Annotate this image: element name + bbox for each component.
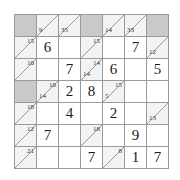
- cell-r6c3[interactable]: [59, 125, 81, 147]
- across-clue: 15: [93, 38, 100, 45]
- cell-r7c3[interactable]: [59, 147, 81, 169]
- cell-r2c1: 15: [15, 37, 37, 59]
- cell-r7c6[interactable]: 1: [125, 147, 147, 169]
- cell-r5c7: 13: [147, 103, 169, 125]
- across-clue: 8: [119, 148, 123, 155]
- entry-digit: 9: [132, 128, 140, 143]
- cell-r4c2: 1410: [37, 81, 59, 103]
- cell-r4c7[interactable]: [147, 81, 169, 103]
- cell-r2c6[interactable]: 7: [125, 37, 147, 59]
- down-clue: 14: [83, 71, 90, 78]
- cell-r1c1: [15, 15, 37, 37]
- across-clue: 15: [115, 82, 122, 89]
- cell-r4c6[interactable]: [125, 81, 147, 103]
- entry-digit: 4: [66, 106, 74, 121]
- cell-r3c2[interactable]: [37, 59, 59, 81]
- cell-r7c5: 8: [103, 147, 125, 169]
- cell-r7c4[interactable]: 7: [81, 147, 103, 169]
- cell-r1c4: [81, 15, 103, 37]
- cell-r4c4[interactable]: 8: [81, 81, 103, 103]
- across-clue: 15: [27, 38, 34, 45]
- cell-r1c2: 9: [37, 15, 59, 37]
- cell-r2c7: 12: [147, 37, 169, 59]
- cell-r5c6[interactable]: [125, 103, 147, 125]
- cell-r7c1: 21: [15, 147, 37, 169]
- across-clue: 18: [27, 104, 34, 111]
- cell-r5c1: 18: [15, 103, 37, 125]
- cell-r2c2[interactable]: 6: [37, 37, 59, 59]
- cell-r3c7[interactable]: 5: [147, 59, 169, 81]
- entry-digit: 7: [66, 62, 74, 77]
- cell-r2c4: 15: [81, 37, 103, 59]
- down-clue: 33: [127, 27, 134, 34]
- down-clue: 35: [61, 27, 68, 34]
- entry-digit: 6: [44, 40, 52, 55]
- cell-r4c1: [15, 81, 37, 103]
- entry-digit: 7: [88, 150, 96, 165]
- cell-r6c1: 12: [15, 125, 37, 147]
- entry-digit: 7: [44, 128, 52, 143]
- down-clue: 5: [105, 93, 109, 100]
- cell-r6c4: 18: [81, 125, 103, 147]
- cell-r1c5: 14: [103, 15, 125, 37]
- across-clue: 18: [93, 126, 100, 133]
- cell-r2c5[interactable]: [103, 37, 125, 59]
- down-clue: 9: [39, 27, 43, 34]
- across-clue: 10: [49, 82, 56, 89]
- entry-digit: 8: [88, 84, 96, 99]
- entry-digit: 7: [154, 150, 162, 165]
- cell-r3c3[interactable]: 7: [59, 59, 81, 81]
- cell-r5c3[interactable]: 4: [59, 103, 81, 125]
- cell-r6c5[interactable]: [103, 125, 125, 147]
- across-clue: 14: [93, 60, 100, 67]
- cell-r5c5[interactable]: 2: [103, 103, 125, 125]
- entry-digit: 2: [66, 84, 74, 99]
- across-clue: 10: [27, 60, 34, 67]
- cell-r5c4[interactable]: [81, 103, 103, 125]
- down-clue: 12: [149, 49, 156, 56]
- entry-digit: 7: [132, 40, 140, 55]
- cell-r1c7: [147, 15, 169, 37]
- kakuro-board: 9351433156157121071414651410285151842131…: [14, 14, 169, 169]
- cell-r6c7[interactable]: [147, 125, 169, 147]
- cell-r6c2[interactable]: 7: [37, 125, 59, 147]
- cell-r3c1: 10: [15, 59, 37, 81]
- cell-r4c3[interactable]: 2: [59, 81, 81, 103]
- cell-r6c6[interactable]: 9: [125, 125, 147, 147]
- down-clue: 13: [149, 115, 156, 122]
- cell-r4c5: 515: [103, 81, 125, 103]
- cell-r3c4: 1414: [81, 59, 103, 81]
- down-clue: 14: [105, 27, 112, 34]
- across-clue: 21: [27, 148, 34, 155]
- entry-digit: 5: [154, 62, 162, 77]
- entry-digit: 2: [110, 106, 118, 121]
- cell-r3c6[interactable]: [125, 59, 147, 81]
- cell-r1c3: 35: [59, 15, 81, 37]
- entry-digit: 1: [132, 150, 140, 165]
- cell-r3c5[interactable]: 6: [103, 59, 125, 81]
- down-clue: 14: [39, 93, 46, 100]
- cell-r7c7[interactable]: 7: [147, 147, 169, 169]
- cell-r5c2[interactable]: [37, 103, 59, 125]
- cell-r1c6: 33: [125, 15, 147, 37]
- cell-r2c3[interactable]: [59, 37, 81, 59]
- cell-r7c2[interactable]: [37, 147, 59, 169]
- across-clue: 12: [27, 126, 34, 133]
- entry-digit: 6: [110, 62, 118, 77]
